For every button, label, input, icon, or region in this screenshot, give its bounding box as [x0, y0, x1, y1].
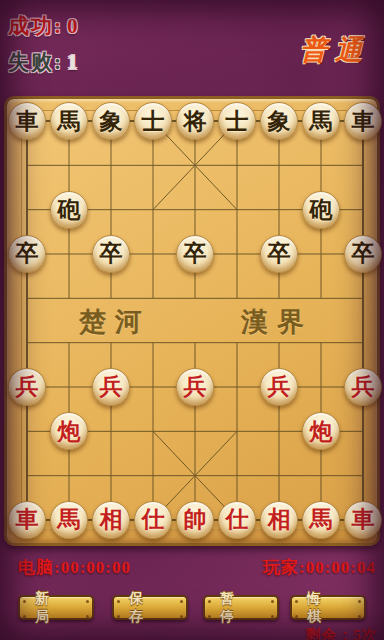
piece-red-r9c2[interactable]: 相 [92, 501, 130, 539]
piece-red-r9c1[interactable]: 馬 [50, 501, 88, 539]
success-counter: 成功:0 [8, 12, 80, 40]
piece-black-r3c4[interactable]: 卒 [176, 235, 214, 273]
undo-button[interactable]: 悔棋 [290, 595, 366, 620]
piece-black-r3c6[interactable]: 卒 [260, 235, 298, 273]
computer-timer: 电脑:00:00:00 [18, 556, 131, 579]
piece-red-r7c1[interactable]: 炮 [50, 412, 88, 450]
piece-red-r6c0[interactable]: 兵 [8, 368, 46, 406]
undo-remaining-count: 剩余：5次 [306, 626, 379, 640]
piece-black-r0c8[interactable]: 車 [344, 102, 382, 140]
piece-red-r9c7[interactable]: 馬 [302, 501, 340, 539]
piece-red-r9c8[interactable]: 車 [344, 501, 382, 539]
new-game-button[interactable]: 新局 [18, 595, 94, 620]
piece-black-r0c4[interactable]: 将 [176, 102, 214, 140]
piece-black-r0c2[interactable]: 象 [92, 102, 130, 140]
xiangqi-board: 楚河 漢界 車馬象士将士象馬車砲砲卒卒卒卒卒兵兵兵兵兵炮炮車馬相仕帥仕相馬車 [4, 96, 380, 546]
piece-red-r6c4[interactable]: 兵 [176, 368, 214, 406]
piece-layer: 車馬象士将士象馬車砲砲卒卒卒卒卒兵兵兵兵兵炮炮車馬相仕帥仕相馬車 [27, 121, 363, 520]
piece-black-r2c1[interactable]: 砲 [50, 191, 88, 229]
piece-red-r6c8[interactable]: 兵 [344, 368, 382, 406]
piece-black-r0c1[interactable]: 馬 [50, 102, 88, 140]
fail-value: 1 [67, 50, 80, 74]
save-label: 保存 [129, 590, 186, 626]
piece-black-r3c0[interactable]: 卒 [8, 235, 46, 273]
piece-red-r9c3[interactable]: 仕 [134, 501, 172, 539]
piece-red-r9c5[interactable]: 仕 [218, 501, 256, 539]
piece-black-r0c5[interactable]: 士 [218, 102, 256, 140]
piece-red-r6c2[interactable]: 兵 [92, 368, 130, 406]
piece-black-r0c0[interactable]: 車 [8, 102, 46, 140]
success-label: 成功: [8, 14, 63, 38]
pause-button[interactable]: 暂停 [203, 595, 279, 620]
piece-red-r9c0[interactable]: 車 [8, 501, 46, 539]
success-value: 0 [67, 14, 80, 38]
piece-red-r9c6[interactable]: 相 [260, 501, 298, 539]
pause-label: 暂停 [220, 590, 277, 626]
button-row: 新局 保存 暂停 悔棋 [0, 595, 384, 621]
piece-black-r0c7[interactable]: 馬 [302, 102, 340, 140]
piece-red-r9c4[interactable]: 帥 [176, 501, 214, 539]
xiangqi-app-screen: 成功:0 失败:1 普通 [0, 0, 384, 640]
piece-black-r0c3[interactable]: 士 [134, 102, 172, 140]
piece-red-r7c7[interactable]: 炮 [302, 412, 340, 450]
piece-black-r0c6[interactable]: 象 [260, 102, 298, 140]
piece-black-r2c7[interactable]: 砲 [302, 191, 340, 229]
new-game-label: 新局 [35, 590, 92, 626]
player-timer: 玩家:00:00:04 [263, 556, 376, 579]
piece-black-r3c2[interactable]: 卒 [92, 235, 130, 273]
undo-label: 悔棋 [307, 590, 364, 626]
fail-label: 失败: [8, 50, 63, 74]
difficulty-badge[interactable]: 普通 [300, 32, 370, 68]
save-button[interactable]: 保存 [112, 595, 188, 620]
piece-red-r6c6[interactable]: 兵 [260, 368, 298, 406]
fail-counter: 失败:1 [8, 48, 80, 76]
piece-black-r3c8[interactable]: 卒 [344, 235, 382, 273]
